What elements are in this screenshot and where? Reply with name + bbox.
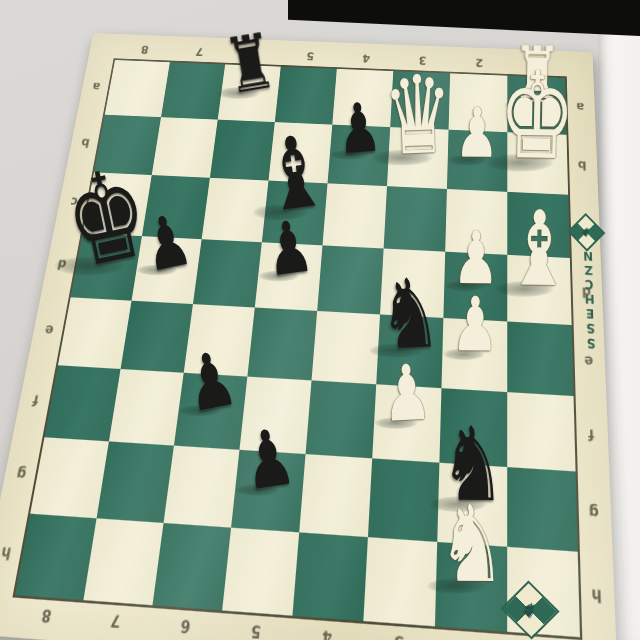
square-g4	[299, 454, 372, 537]
photo-of-chess-board: aabbccddeeffgghh8877665544332211♞NZCHESS…	[0, 0, 640, 640]
file-label-right-g: g	[589, 504, 600, 521]
square-e1	[507, 321, 573, 396]
square-h3	[363, 537, 437, 626]
rank-label-bottom-3: 3	[393, 633, 404, 640]
file-label-right-h: h	[591, 586, 602, 604]
square-e7	[121, 301, 193, 373]
square-a3	[390, 71, 450, 130]
square-f8	[44, 365, 120, 441]
square-a5	[275, 67, 337, 125]
square-h6	[152, 523, 231, 611]
brand-letter-s-6: S	[587, 337, 596, 350]
file-label-right-b: b	[578, 159, 587, 171]
rank-label-top-6: 6	[250, 48, 259, 59]
square-c3	[384, 186, 447, 251]
square-f3	[372, 384, 441, 462]
square-g5	[231, 450, 305, 533]
knight-logo-icon: ♞	[517, 597, 542, 622]
square-c8	[83, 172, 152, 236]
rank-label-top-7: 7	[195, 46, 204, 57]
brand-letter-z-1: Z	[584, 264, 593, 277]
square-h2	[435, 542, 507, 632]
square-e4	[312, 311, 380, 384]
square-c4	[322, 183, 387, 248]
square-f2	[439, 388, 507, 467]
square-h8	[15, 514, 97, 600]
square-d8	[71, 233, 142, 301]
square-a7	[161, 62, 225, 119]
square-a2	[449, 73, 508, 132]
rank-label-top-1: 1	[532, 59, 540, 70]
square-d2	[443, 252, 507, 322]
file-label-right-e: e	[584, 354, 593, 369]
brand-letter-c-2: C	[585, 278, 594, 291]
square-b7	[152, 117, 218, 178]
file-label-right-a: a	[576, 101, 584, 113]
square-c7	[142, 175, 210, 239]
rank-label-bottom-7: 7	[109, 612, 121, 630]
rank-label-top-8: 8	[140, 44, 149, 55]
square-e2	[441, 318, 507, 392]
square-c2	[445, 189, 507, 255]
square-f7	[109, 369, 184, 446]
square-b1	[507, 132, 568, 195]
file-label-right-f: f	[588, 427, 594, 442]
square-a4	[332, 69, 393, 127]
square-g6	[164, 446, 240, 528]
square-d4	[317, 245, 383, 314]
square-a6	[218, 64, 281, 122]
knight-logo-icon: ♞	[579, 224, 594, 240]
square-h5	[222, 528, 299, 616]
brand-letter-s-5: S	[586, 322, 595, 335]
square-b3	[387, 127, 449, 189]
square-c6	[202, 178, 269, 242]
chess-board: aabbccddeeffgghh8877665544332211♞NZCHESS	[15, 60, 580, 637]
square-h7	[83, 518, 163, 605]
square-b2	[447, 130, 507, 192]
rank-label-top-5: 5	[305, 51, 314, 62]
square-e8	[58, 297, 132, 369]
board-grid	[15, 60, 580, 637]
background-dark-object	[288, 0, 640, 36]
square-f5	[239, 377, 311, 455]
rank-label-top-2: 2	[475, 57, 483, 68]
square-g1	[507, 467, 578, 552]
square-g2	[437, 463, 507, 547]
square-d1	[507, 255, 571, 325]
square-e3	[376, 314, 443, 388]
square-c1	[507, 192, 570, 258]
square-b8	[94, 115, 161, 175]
square-b6	[210, 120, 275, 181]
brand-letter-n-0: N	[583, 250, 593, 263]
square-f4	[306, 380, 377, 458]
square-e5	[247, 308, 317, 381]
rank-label-top-4: 4	[361, 53, 370, 64]
square-g3	[368, 458, 439, 542]
square-a8	[105, 60, 170, 117]
square-d3	[380, 249, 445, 318]
square-f1	[507, 392, 575, 471]
rank-label-bottom-4: 4	[321, 628, 332, 640]
brand-letter-h-3: H	[584, 292, 594, 305]
rank-label-bottom-5: 5	[250, 623, 261, 640]
brand-letter-e-4: E	[586, 307, 595, 320]
square-d7	[132, 236, 202, 304]
square-c5	[262, 181, 328, 246]
square-e6	[184, 304, 255, 376]
square-f6	[174, 373, 247, 450]
rank-label-bottom-6: 6	[179, 617, 191, 635]
rank-label-top-3: 3	[418, 55, 426, 66]
square-d6	[193, 239, 262, 307]
square-a1	[507, 76, 566, 135]
square-g8	[30, 437, 109, 518]
square-b4	[328, 125, 391, 187]
square-h4	[292, 532, 367, 621]
square-g7	[97, 441, 174, 523]
square-b5	[268, 122, 332, 183]
square-d5	[255, 242, 323, 311]
